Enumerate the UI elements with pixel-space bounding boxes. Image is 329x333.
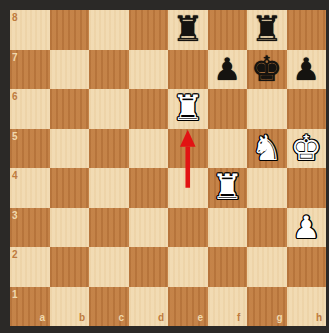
square-g1[interactable]	[247, 287, 287, 327]
square-h4[interactable]	[287, 168, 327, 208]
square-b3[interactable]	[50, 208, 90, 248]
square-b1[interactable]	[50, 287, 90, 327]
square-f8[interactable]	[208, 10, 248, 50]
square-e8[interactable]: ♜	[168, 10, 208, 50]
piece-black-rook[interactable]: ♜	[168, 10, 208, 50]
square-h7[interactable]: ♟	[287, 50, 327, 90]
square-c7[interactable]	[89, 50, 129, 90]
square-a4[interactable]	[10, 168, 50, 208]
square-h8[interactable]	[287, 10, 327, 50]
piece-white-knight[interactable]: ♞	[247, 129, 287, 169]
square-h5[interactable]: ♚	[287, 129, 327, 169]
square-g6[interactable]	[247, 89, 287, 129]
square-d6[interactable]	[129, 89, 169, 129]
piece-black-king[interactable]: ♚	[247, 50, 287, 90]
piece-white-rook[interactable]: ♜	[168, 89, 208, 129]
square-e6[interactable]: ♜	[168, 89, 208, 129]
square-a2[interactable]	[10, 247, 50, 287]
piece-black-rook[interactable]: ♜	[247, 10, 287, 50]
square-e1[interactable]	[168, 287, 208, 327]
square-b6[interactable]	[50, 89, 90, 129]
square-h2[interactable]	[287, 247, 327, 287]
chess-board: ♜♜♟♚♟♜♞♚♜♟87654321abcdefgh	[10, 10, 326, 326]
square-d5[interactable]	[129, 129, 169, 169]
square-a6[interactable]	[10, 89, 50, 129]
square-e5[interactable]	[168, 129, 208, 169]
square-d8[interactable]	[129, 10, 169, 50]
square-d4[interactable]	[129, 168, 169, 208]
square-e7[interactable]	[168, 50, 208, 90]
square-a8[interactable]	[10, 10, 50, 50]
square-a1[interactable]	[10, 287, 50, 327]
square-b5[interactable]	[50, 129, 90, 169]
square-e2[interactable]	[168, 247, 208, 287]
square-b8[interactable]	[50, 10, 90, 50]
square-b2[interactable]	[50, 247, 90, 287]
piece-white-pawn[interactable]: ♟	[287, 208, 327, 248]
piece-white-rook[interactable]: ♜	[208, 168, 248, 208]
square-f5[interactable]	[208, 129, 248, 169]
square-a7[interactable]	[10, 50, 50, 90]
square-f6[interactable]	[208, 89, 248, 129]
square-c2[interactable]	[89, 247, 129, 287]
chess-app-window: ♜♜♟♚♟♜♞♚♜♟87654321abcdefgh	[0, 0, 329, 333]
square-f7[interactable]: ♟	[208, 50, 248, 90]
piece-black-pawn[interactable]: ♟	[208, 50, 248, 90]
square-a3[interactable]	[10, 208, 50, 248]
square-g2[interactable]	[247, 247, 287, 287]
square-f1[interactable]	[208, 287, 248, 327]
square-c5[interactable]	[89, 129, 129, 169]
square-d2[interactable]	[129, 247, 169, 287]
square-g8[interactable]: ♜	[247, 10, 287, 50]
square-c3[interactable]	[89, 208, 129, 248]
square-f4[interactable]: ♜	[208, 168, 248, 208]
piece-white-king[interactable]: ♚	[287, 129, 327, 169]
square-g5[interactable]: ♞	[247, 129, 287, 169]
square-g4[interactable]	[247, 168, 287, 208]
square-d1[interactable]	[129, 287, 169, 327]
piece-black-pawn[interactable]: ♟	[287, 50, 327, 90]
square-e3[interactable]	[168, 208, 208, 248]
square-d3[interactable]	[129, 208, 169, 248]
square-h6[interactable]	[287, 89, 327, 129]
square-b7[interactable]	[50, 50, 90, 90]
square-c4[interactable]	[89, 168, 129, 208]
square-c8[interactable]	[89, 10, 129, 50]
square-f2[interactable]	[208, 247, 248, 287]
square-a5[interactable]	[10, 129, 50, 169]
square-b4[interactable]	[50, 168, 90, 208]
square-g3[interactable]	[247, 208, 287, 248]
square-f3[interactable]	[208, 208, 248, 248]
square-c6[interactable]	[89, 89, 129, 129]
square-h3[interactable]: ♟	[287, 208, 327, 248]
square-g7[interactable]: ♚	[247, 50, 287, 90]
square-c1[interactable]	[89, 287, 129, 327]
square-d7[interactable]	[129, 50, 169, 90]
square-h1[interactable]	[287, 287, 327, 327]
square-e4[interactable]	[168, 168, 208, 208]
